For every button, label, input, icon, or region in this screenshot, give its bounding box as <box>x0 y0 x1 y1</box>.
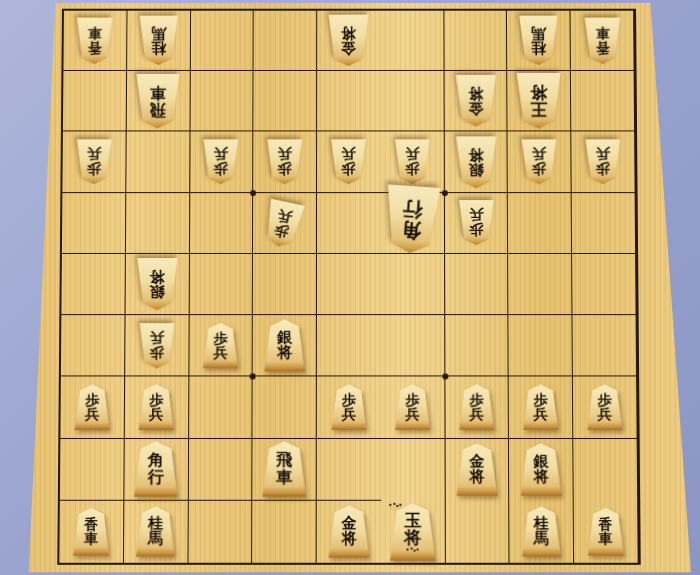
piece-kanji: 馬 <box>534 532 549 548</box>
square-5b[interactable] <box>317 71 381 132</box>
hoshi-dot <box>442 190 448 196</box>
piece-kanji: 将 <box>341 532 356 548</box>
piece-kanji: 角 <box>401 219 422 240</box>
piece-kanji: 歩 <box>598 393 612 407</box>
piece-pawn-gote[interactable]: 歩兵 <box>394 139 431 184</box>
square-1i[interactable]: 香車 <box>574 501 639 563</box>
piece-king-ou-gote[interactable]: 王将 <box>516 73 563 129</box>
piece-kanji: 歩 <box>532 162 546 176</box>
piece-rook-sente[interactable]: 飛車 <box>261 441 307 497</box>
piece-king-gyoku-sente[interactable]: 玉将 <box>389 503 438 561</box>
square-3h[interactable]: 金将 <box>445 439 509 501</box>
square-1d[interactable] <box>572 193 636 254</box>
piece-pawn-sente[interactable]: 歩兵 <box>73 384 111 429</box>
piece-kanji: 兵 <box>470 407 484 421</box>
piece-kanji: 兵 <box>406 407 420 421</box>
piece-pawn-gote[interactable]: 歩兵 <box>261 199 307 251</box>
square-5d[interactable] <box>317 193 381 254</box>
piece-gold-sente[interactable]: 金将 <box>455 443 498 496</box>
piece-kanji: 将 <box>342 25 357 40</box>
piece-kanji: 歩 <box>342 393 356 407</box>
piece-kanji: 香 <box>88 40 102 54</box>
piece-kanji: 兵 <box>85 407 99 421</box>
square-8i[interactable]: 桂馬 <box>124 501 189 563</box>
piece-pawn-gote[interactable]: 歩兵 <box>331 139 368 184</box>
piece-kanji: 将 <box>468 86 483 101</box>
hoshi-dot <box>442 374 448 380</box>
piece-pawn-gote[interactable]: 歩兵 <box>138 323 175 368</box>
piece-kanji: 兵 <box>469 209 483 223</box>
square-2d[interactable] <box>508 193 572 254</box>
piece-kanji: 歩 <box>85 393 99 407</box>
piece-silver-gote[interactable]: 銀将 <box>135 258 178 310</box>
piece-pawn-gote[interactable]: 歩兵 <box>521 139 558 184</box>
piece-gold-gote[interactable]: 金将 <box>454 75 497 127</box>
board-surface: 香車桂馬金将桂馬香車飛車金将王将歩兵歩兵歩兵歩兵歩兵銀将歩兵歩兵歩兵角行歩兵銀将… <box>0 2 700 575</box>
square-9c[interactable]: 歩兵 <box>62 132 126 193</box>
piece-kanji: 兵 <box>342 407 356 421</box>
piece-kanji: 飛 <box>150 101 166 117</box>
piece-kanji: 兵 <box>405 148 419 162</box>
square-1h[interactable] <box>573 439 638 501</box>
piece-kanji: 歩 <box>469 223 483 237</box>
square-4h[interactable] <box>381 439 445 501</box>
piece-kanji: 兵 <box>278 148 292 162</box>
piece-pawn-sente[interactable]: 歩兵 <box>202 323 239 368</box>
piece-kanji: 歩 <box>149 393 163 407</box>
square-9d[interactable] <box>62 193 126 254</box>
piece-kanji: 歩 <box>278 162 292 176</box>
piece-kanji: 兵 <box>87 148 101 162</box>
square-6e[interactable] <box>253 254 317 315</box>
piece-kanji: 香 <box>599 517 613 531</box>
piece-kanji: 歩 <box>470 393 484 407</box>
square-1b[interactable] <box>571 71 635 132</box>
square-5a[interactable]: 金将 <box>317 11 380 71</box>
square-1a[interactable]: 香車 <box>571 11 635 71</box>
square-2a[interactable]: 桂馬 <box>507 11 571 71</box>
square-8e[interactable]: 銀将 <box>125 254 189 315</box>
square-7c[interactable]: 歩兵 <box>190 132 254 193</box>
square-7b[interactable] <box>190 71 254 132</box>
square-6i[interactable] <box>252 501 316 563</box>
piece-kanji: 将 <box>469 470 484 485</box>
piece-kanji: 行 <box>402 199 423 220</box>
square-3a[interactable] <box>444 11 508 71</box>
piece-pawn-gote[interactable]: 歩兵 <box>457 200 494 245</box>
piece-gold-sente[interactable]: 金将 <box>327 505 370 558</box>
piece-kanji: 将 <box>530 84 547 101</box>
piece-lance-sente[interactable]: 香車 <box>72 508 111 556</box>
piece-pawn-gote[interactable]: 歩兵 <box>266 139 303 184</box>
piece-rook-gote[interactable]: 飛車 <box>135 74 181 129</box>
square-5g[interactable]: 歩兵 <box>317 377 381 439</box>
piece-kanji: 兵 <box>214 148 228 162</box>
piece-pawn-gote[interactable]: 歩兵 <box>584 139 621 184</box>
piece-pawn-sente[interactable]: 歩兵 <box>522 384 559 429</box>
piece-silver-sente[interactable]: 銀将 <box>263 319 306 371</box>
piece-kanji: 桂 <box>151 40 166 55</box>
piece-silver-gote[interactable]: 銀将 <box>454 136 497 188</box>
piece-kanji: 香 <box>595 40 609 54</box>
square-3d[interactable]: 歩兵 <box>445 193 509 254</box>
piece-kanji: 歩 <box>534 393 548 407</box>
piece-kanji: 歩 <box>149 345 163 359</box>
piece-kanji: 兵 <box>532 148 546 162</box>
square-4d[interactable]: 角行 <box>381 193 445 254</box>
square-6b[interactable] <box>254 71 318 132</box>
square-8d[interactable] <box>126 193 190 254</box>
square-5i[interactable]: 金将 <box>317 501 381 563</box>
piece-kanji: 車 <box>276 469 292 486</box>
piece-kanji: 金 <box>342 40 357 55</box>
piece-kanji: 兵 <box>596 148 610 162</box>
piece-kanji: 車 <box>150 85 166 101</box>
square-2f[interactable] <box>509 315 573 377</box>
piece-silver-sente[interactable]: 銀将 <box>519 443 563 496</box>
square-9i[interactable]: 香車 <box>59 501 124 563</box>
square-6h[interactable]: 飛車 <box>253 439 317 501</box>
square-5c[interactable]: 歩兵 <box>317 132 381 193</box>
square-8a[interactable]: 桂馬 <box>127 11 191 71</box>
square-5f[interactable] <box>317 315 381 377</box>
piece-pawn-sente[interactable]: 歩兵 <box>330 384 367 429</box>
square-8b[interactable]: 飛車 <box>126 71 190 132</box>
piece-kanji: 香 <box>84 517 98 531</box>
square-2b[interactable]: 王将 <box>508 71 572 132</box>
square-7f[interactable]: 歩兵 <box>189 315 253 377</box>
square-7e[interactable] <box>189 254 253 315</box>
piece-kanji: 金 <box>468 101 483 116</box>
piece-knight-sente[interactable]: 桂馬 <box>521 506 563 557</box>
piece-kanji: 将 <box>149 269 164 284</box>
piece-kanji: 将 <box>404 529 421 547</box>
square-9b[interactable] <box>63 71 127 132</box>
square-8f[interactable]: 歩兵 <box>125 315 189 377</box>
piece-pawn-gote[interactable]: 歩兵 <box>203 139 240 184</box>
square-4b[interactable] <box>381 71 445 132</box>
piece-kanji: 車 <box>84 532 98 547</box>
piece-kanji: 歩 <box>596 162 610 176</box>
square-9h[interactable] <box>60 439 125 501</box>
square-6f[interactable]: 銀将 <box>253 315 317 377</box>
piece-kanji: 車 <box>599 532 613 547</box>
piece-kanji: 車 <box>595 26 609 40</box>
piece-kanji: 王 <box>531 101 548 118</box>
square-7h[interactable] <box>188 439 252 501</box>
square-3b[interactable]: 金将 <box>444 71 508 132</box>
piece-kanji: 歩 <box>214 162 228 176</box>
piece-kanji: 馬 <box>531 25 546 40</box>
piece-kanji: 歩 <box>342 162 356 176</box>
square-5h[interactable] <box>317 439 381 501</box>
piece-kanji: 兵 <box>277 209 294 226</box>
square-6a[interactable] <box>254 11 318 71</box>
piece-kanji: 歩 <box>214 331 228 345</box>
piece-kanji: 歩 <box>405 162 419 176</box>
piece-bishop-gote[interactable]: 角行 <box>382 184 443 255</box>
square-7g[interactable] <box>189 377 253 439</box>
square-9f[interactable] <box>61 315 125 377</box>
square-2e[interactable] <box>508 254 572 315</box>
piece-bishop-sente[interactable]: 角行 <box>133 441 180 497</box>
shogi-board: 香車桂馬金将桂馬香車飛車金将王将歩兵歩兵歩兵歩兵歩兵銀将歩兵歩兵歩兵角行歩兵銀将… <box>0 0 700 575</box>
square-5e[interactable] <box>317 254 381 315</box>
piece-pawn-gote[interactable]: 歩兵 <box>75 139 112 184</box>
square-1g[interactable]: 歩兵 <box>573 377 638 439</box>
square-6g[interactable] <box>253 377 317 439</box>
piece-kanji: 歩 <box>87 162 101 176</box>
square-8c[interactable] <box>126 132 190 193</box>
piece-lance-sente[interactable]: 香車 <box>586 508 625 556</box>
square-7a[interactable] <box>190 11 254 71</box>
square-3i[interactable] <box>445 501 510 563</box>
square-9g[interactable]: 歩兵 <box>60 377 125 439</box>
piece-pawn-sente[interactable]: 歩兵 <box>458 384 495 429</box>
piece-kanji: 兵 <box>150 331 164 345</box>
square-7i[interactable] <box>188 501 253 563</box>
square-6c[interactable]: 歩兵 <box>253 132 317 193</box>
carver-signature-mark <box>406 548 420 553</box>
square-4a[interactable] <box>381 11 445 71</box>
piece-kanji: 馬 <box>151 25 166 40</box>
piece-knight-gote[interactable]: 桂馬 <box>138 16 179 65</box>
square-3g[interactable]: 歩兵 <box>445 377 509 439</box>
piece-lance-gote[interactable]: 香車 <box>76 17 114 63</box>
square-7d[interactable] <box>189 193 253 254</box>
hoshi-dot <box>250 190 256 196</box>
square-1f[interactable] <box>573 315 637 377</box>
square-3c[interactable]: 銀将 <box>444 132 508 193</box>
piece-kanji: 桂 <box>531 40 546 55</box>
square-4i[interactable]: 玉将 <box>381 501 445 563</box>
square-9a[interactable]: 香車 <box>63 11 127 71</box>
piece-kanji: 歩 <box>406 393 420 407</box>
piece-gold-gote[interactable]: 金将 <box>328 15 371 66</box>
piece-pawn-sente[interactable]: 歩兵 <box>586 384 624 429</box>
piece-pawn-sente[interactable]: 歩兵 <box>137 384 174 429</box>
square-4e[interactable] <box>381 254 445 315</box>
square-2h[interactable]: 銀将 <box>509 439 574 501</box>
square-6d[interactable]: 歩兵 <box>253 193 317 254</box>
square-8h[interactable]: 角行 <box>124 439 189 501</box>
piece-lance-gote[interactable]: 香車 <box>583 17 621 63</box>
piece-kanji: 将 <box>534 470 549 485</box>
piece-kanji: 兵 <box>598 407 612 421</box>
square-3f[interactable] <box>445 315 509 377</box>
photo-backdrop: 香車桂馬金将桂馬香車飛車金将王将歩兵歩兵歩兵歩兵歩兵銀将歩兵歩兵歩兵角行歩兵銀将… <box>0 0 700 575</box>
piece-kanji: 将 <box>468 147 483 162</box>
square-4f[interactable] <box>381 315 445 377</box>
square-8g[interactable]: 歩兵 <box>124 377 188 439</box>
piece-kanji: 車 <box>88 26 102 40</box>
piece-kanji: 行 <box>148 469 164 486</box>
piece-knight-sente[interactable]: 桂馬 <box>135 506 177 557</box>
piece-kanji: 兵 <box>534 407 548 421</box>
square-3e[interactable] <box>445 254 509 315</box>
square-1e[interactable] <box>572 254 636 315</box>
piece-knight-gote[interactable]: 桂馬 <box>518 16 559 65</box>
piece-kanji: 兵 <box>213 345 227 359</box>
square-9e[interactable] <box>61 254 125 315</box>
piece-kanji: 将 <box>277 345 292 360</box>
piece-kanji: 馬 <box>148 532 163 548</box>
piece-kanji: 兵 <box>342 148 356 162</box>
piece-pawn-sente[interactable]: 歩兵 <box>394 384 431 429</box>
square-1c[interactable]: 歩兵 <box>572 132 636 193</box>
square-4g[interactable]: 歩兵 <box>381 377 445 439</box>
piece-kanji: 銀 <box>149 284 164 299</box>
square-2c[interactable]: 歩兵 <box>508 132 572 193</box>
square-2g[interactable]: 歩兵 <box>509 377 573 439</box>
square-2i[interactable]: 桂馬 <box>510 501 575 563</box>
board-grid: 香車桂馬金将桂馬香車飛車金将王将歩兵歩兵歩兵歩兵歩兵銀将歩兵歩兵歩兵角行歩兵銀将… <box>57 9 640 565</box>
piece-kanji: 兵 <box>149 407 163 421</box>
